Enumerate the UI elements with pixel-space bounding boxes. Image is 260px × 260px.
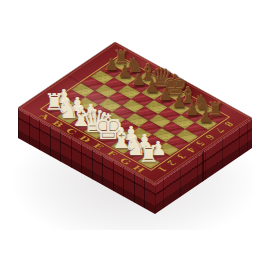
wooden-chess-set-photo: ABCDEFGH 12345678 ♜♞♝♛♚♝♞♜♟♟♟♟♟♟♟♟♟♟♟♟♟♟… bbox=[0, 0, 260, 260]
